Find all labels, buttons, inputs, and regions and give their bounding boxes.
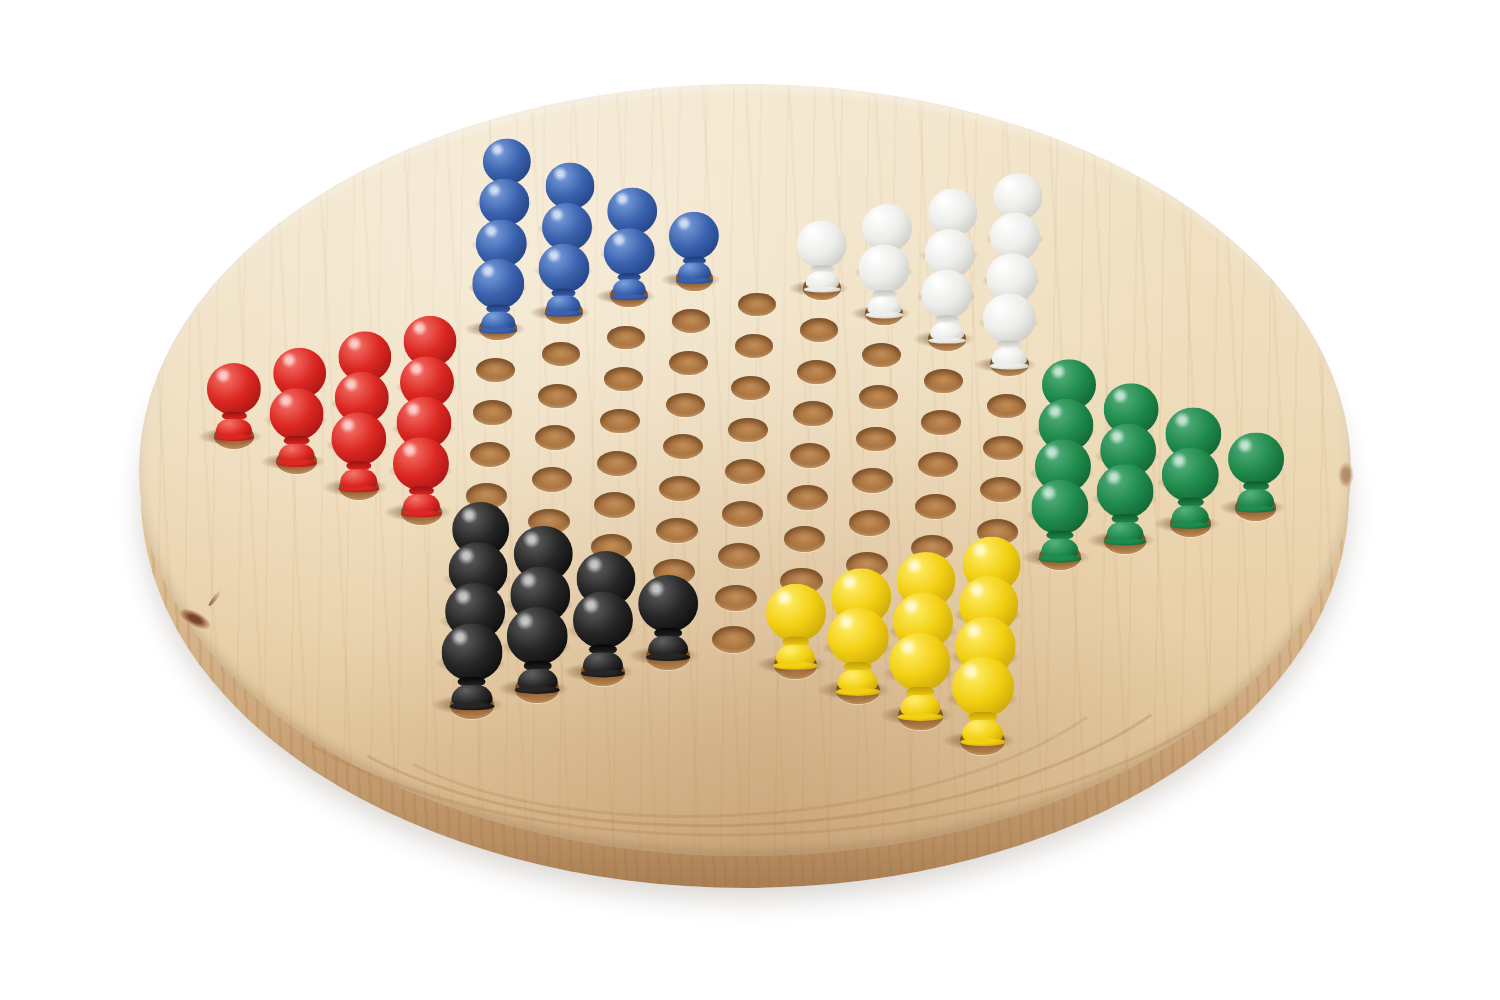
- hole-r7-c3[interactable]: [793, 401, 833, 426]
- peg-foot: [1235, 505, 1276, 512]
- hole-r8-c0[interactable]: [738, 293, 776, 317]
- peg-head: [766, 584, 826, 642]
- hole-r6-c2[interactable]: [862, 343, 901, 367]
- hole-r9-c4[interactable]: [663, 434, 703, 459]
- hole-r8-c3[interactable]: [728, 418, 768, 443]
- peg-head: [1031, 480, 1088, 535]
- peg-head: [983, 294, 1035, 344]
- hole-r7-c2[interactable]: [797, 360, 836, 384]
- peg-head: [442, 623, 503, 681]
- peg-yellow-4[interactable]: [952, 657, 1014, 746]
- hole-r6-c4[interactable]: [856, 427, 896, 452]
- hole-r10-c6[interactable]: [594, 492, 635, 518]
- peg-head: [393, 437, 449, 491]
- peg-foot: [401, 510, 443, 517]
- hole-r9-c5[interactable]: [659, 476, 700, 501]
- peg-yellow-9[interactable]: [828, 608, 889, 695]
- peg-foot: [646, 653, 690, 661]
- hole-r9-c1[interactable]: [672, 309, 710, 333]
- peg-black-6[interactable]: [507, 607, 568, 694]
- hole-r10-c5[interactable]: [597, 451, 637, 476]
- peg-red-4[interactable]: [393, 437, 449, 518]
- peg-white-10[interactable]: [797, 220, 847, 293]
- hole-r7-c5[interactable]: [787, 485, 828, 510]
- peg-yellow-10[interactable]: [766, 584, 826, 670]
- hole-r7-c1[interactable]: [800, 318, 838, 342]
- peg-head: [269, 388, 324, 441]
- hole-r8-c5[interactable]: [722, 501, 763, 527]
- peg-head: [1228, 432, 1284, 486]
- peg-head: [921, 269, 973, 319]
- peg-head: [573, 591, 633, 649]
- peg-red-10[interactable]: [207, 363, 261, 441]
- peg-foot: [803, 286, 840, 293]
- peg-black-10[interactable]: [442, 623, 503, 711]
- peg-white-9[interactable]: [859, 245, 910, 319]
- hole-r8-c7[interactable]: [715, 585, 758, 611]
- peg-foot: [449, 703, 494, 711]
- peg-red-9[interactable]: [269, 388, 324, 467]
- hole-r10-c3[interactable]: [604, 367, 643, 391]
- peg-head: [859, 245, 910, 294]
- peg-head: [1097, 464, 1154, 519]
- peg-foot: [1104, 538, 1146, 545]
- peg-head: [473, 259, 525, 308]
- peg-foot: [610, 294, 647, 301]
- peg-head: [538, 244, 589, 293]
- peg-head: [507, 607, 568, 665]
- peg-green-1[interactable]: [1228, 432, 1284, 513]
- hole-r5-c6[interactable]: [915, 494, 956, 520]
- peg-blue-6[interactable]: [538, 244, 589, 317]
- peg-foot: [865, 312, 903, 319]
- peg-head: [669, 212, 719, 260]
- hole-r5-c3[interactable]: [924, 369, 963, 393]
- peg-red-7[interactable]: [331, 412, 386, 492]
- hole-r6-c6[interactable]: [849, 510, 890, 536]
- peg-green-3[interactable]: [1162, 448, 1218, 529]
- hole-r12-c5[interactable]: [473, 400, 513, 425]
- peg-foot: [580, 670, 624, 678]
- hole-r5-c4[interactable]: [921, 410, 961, 435]
- peg-foot: [515, 686, 560, 694]
- hole-r9-c6[interactable]: [656, 518, 698, 544]
- hole-r8-c6[interactable]: [718, 543, 760, 569]
- hole-r11-c4[interactable]: [538, 384, 577, 408]
- peg-green-6[interactable]: [1097, 464, 1154, 546]
- peg-black-1[interactable]: [638, 575, 698, 661]
- peg-yellow-7[interactable]: [890, 633, 951, 721]
- peg-white-4[interactable]: [983, 294, 1035, 369]
- peg-foot: [836, 688, 881, 696]
- hole-r12-c6[interactable]: [470, 442, 510, 467]
- peg-head: [952, 657, 1014, 716]
- peg-black-3[interactable]: [573, 591, 633, 678]
- peg-foot: [276, 460, 317, 467]
- peg-head: [207, 363, 261, 415]
- peg-head: [828, 608, 889, 666]
- peg-head: [331, 412, 386, 465]
- hole-r8-c8[interactable]: [712, 626, 755, 653]
- peg-white-7[interactable]: [921, 269, 973, 343]
- hole-r11-c5[interactable]: [535, 425, 575, 450]
- peg-head: [638, 575, 698, 632]
- peg-foot: [960, 738, 1006, 746]
- hole-r11-c3[interactable]: [542, 342, 581, 366]
- hole-r5-c5[interactable]: [918, 452, 958, 477]
- peg-head: [797, 220, 847, 268]
- peg-blue-10[interactable]: [473, 259, 525, 333]
- hole-r9-c2[interactable]: [669, 351, 708, 375]
- peg-head: [890, 633, 951, 692]
- peg-green-10[interactable]: [1031, 480, 1088, 562]
- peg-head: [1162, 448, 1218, 502]
- peg-blue-3[interactable]: [604, 228, 655, 301]
- peg-foot: [898, 713, 943, 721]
- peg-blue-1[interactable]: [669, 212, 719, 284]
- photo-background: [0, 0, 1500, 1000]
- peg-foot: [339, 485, 380, 492]
- peg-head: [604, 228, 655, 277]
- hole-r4-c4[interactable]: [987, 394, 1027, 419]
- hole-r9-c3[interactable]: [666, 393, 706, 418]
